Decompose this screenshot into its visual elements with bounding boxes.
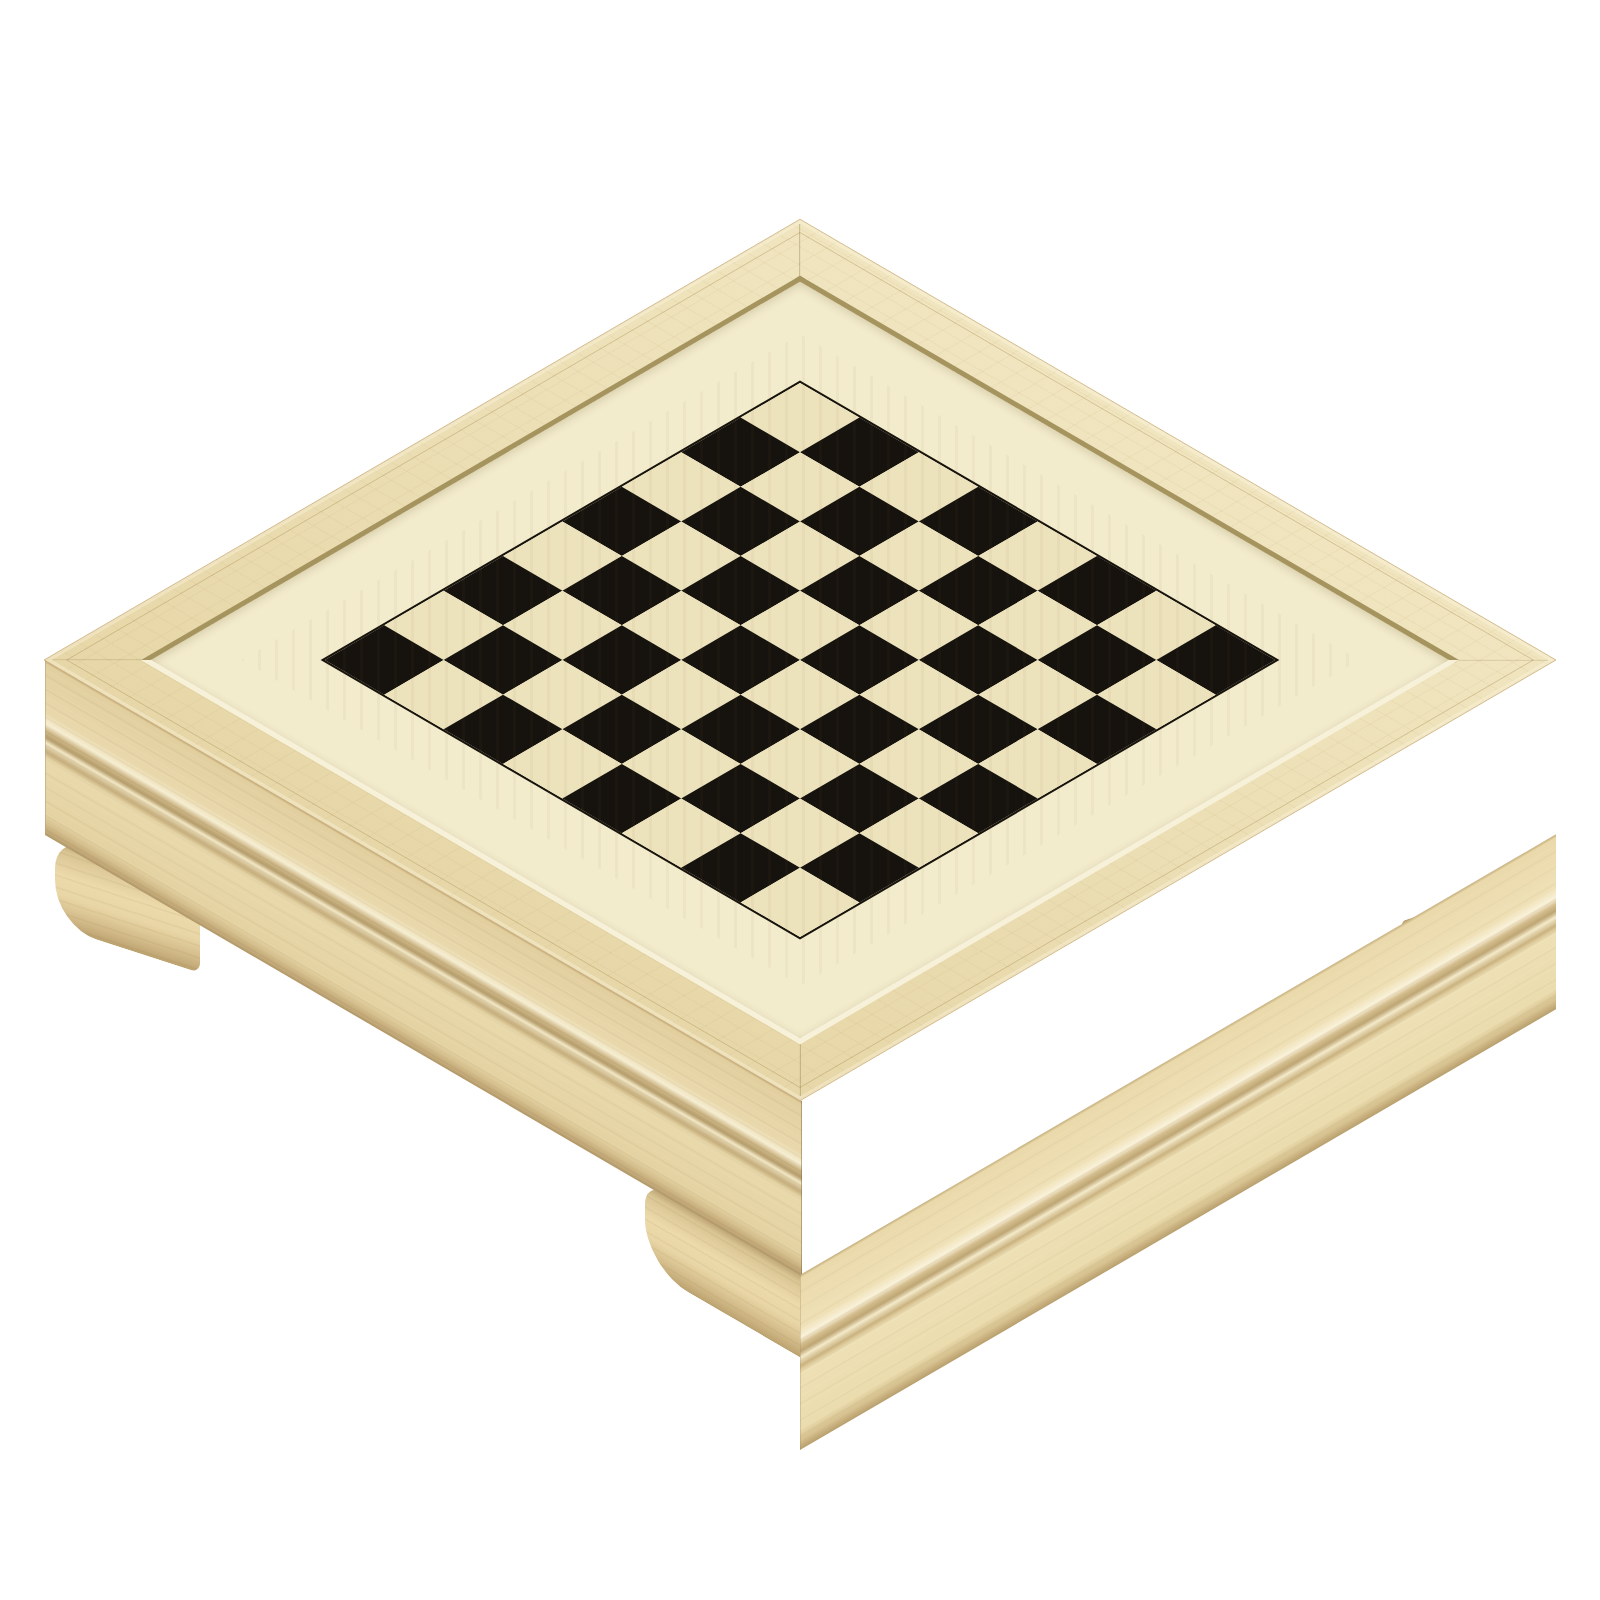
product-photo-scene	[0, 0, 1600, 1600]
